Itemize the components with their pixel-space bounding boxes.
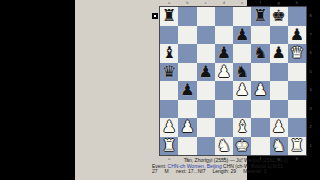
square-b7[interactable] <box>178 26 196 45</box>
square-d4[interactable] <box>215 81 233 100</box>
square-h8[interactable] <box>288 7 306 26</box>
square-d8[interactable] <box>215 7 233 26</box>
file-label-top-g: g <box>270 1 288 5</box>
rank-label-7: 7 <box>308 33 314 37</box>
square-a6[interactable]: ♝ <box>160 44 178 63</box>
square-d3[interactable] <box>215 100 233 119</box>
piece-white-pawn: ♟ <box>217 64 231 80</box>
game-length: Length: 29 <box>212 169 236 174</box>
piece-white-knight: ♞ <box>271 138 285 154</box>
square-g1[interactable]: ♞ <box>270 137 288 156</box>
square-c7[interactable] <box>197 26 215 45</box>
square-h7[interactable]: ♟ <box>288 26 306 45</box>
piece-white-queen: ♛ <box>290 45 304 61</box>
square-d5[interactable]: ♟ <box>215 63 233 82</box>
piece-black-pawn: ♟ <box>198 64 212 80</box>
file-label-top-f: f <box>251 1 269 5</box>
square-e2[interactable]: ♝ <box>233 118 251 137</box>
square-c6[interactable] <box>197 44 215 63</box>
piece-white-knight: ♞ <box>217 138 231 154</box>
piece-black-bishop: ♝ <box>162 45 176 61</box>
square-f1[interactable] <box>251 137 269 156</box>
square-a5[interactable]: ♛ <box>160 63 178 82</box>
square-g2[interactable]: ♟ <box>270 118 288 137</box>
board: ♜♜♚♟♟♝♟♞♟♛♛♟♟♞♟♟♟♟♟♝♟♜♞♚♞♜ <box>159 6 307 156</box>
side-to-move-indicator <box>152 13 158 19</box>
square-h4[interactable] <box>288 81 306 100</box>
square-c8[interactable] <box>197 7 215 26</box>
piece-black-pawn: ♟ <box>290 27 304 43</box>
status-line: 27 M next: 17...Nf7 Length: 29 Material:… <box>152 169 266 174</box>
square-h3[interactable] <box>288 100 306 119</box>
rank-label-6: 6 <box>308 51 314 55</box>
square-a3[interactable] <box>160 100 178 119</box>
square-h1[interactable]: ♜ <box>288 137 306 156</box>
square-c1[interactable] <box>197 137 215 156</box>
next-move-text: next: 17...Nf7 <box>176 169 206 174</box>
square-g5[interactable] <box>270 63 288 82</box>
square-f6[interactable]: ♞ <box>251 44 269 63</box>
piece-white-pawn: ♟ <box>253 82 267 98</box>
chess-gui-panel: ♜♜♚♟♟♝♟♞♟♛♛♟♟♞♟♟♟♟♟♝♟♜♞♚♞♜ aabbccddeeffg… <box>75 0 247 180</box>
rank-label-8: 8 <box>308 14 314 18</box>
square-g4[interactable] <box>270 81 288 100</box>
square-g6[interactable]: ♟ <box>270 44 288 63</box>
square-d6[interactable]: ♟ <box>215 44 233 63</box>
piece-black-king: ♚ <box>271 8 285 24</box>
piece-black-pawn: ♟ <box>235 27 249 43</box>
square-h2[interactable] <box>288 118 306 137</box>
file-label-top-b: b <box>178 1 196 5</box>
rank-label-5: 5 <box>308 70 314 74</box>
square-h5[interactable] <box>288 63 306 82</box>
square-b2[interactable]: ♟ <box>178 118 196 137</box>
square-e1[interactable]: ♚ <box>233 137 251 156</box>
square-e6[interactable] <box>233 44 251 63</box>
square-e8[interactable] <box>233 7 251 26</box>
piece-white-bishop: ♝ <box>235 119 249 135</box>
move-counter: 27 <box>152 169 158 174</box>
square-a1[interactable]: ♜ <box>160 137 178 156</box>
square-d1[interactable]: ♞ <box>215 137 233 156</box>
square-e7[interactable]: ♟ <box>233 26 251 45</box>
square-c3[interactable] <box>197 100 215 119</box>
status-marker: M <box>165 169 169 174</box>
piece-black-knight: ♞ <box>235 64 249 80</box>
square-b8[interactable] <box>178 7 196 26</box>
rank-label-2: 2 <box>308 125 314 129</box>
square-a2[interactable]: ♟ <box>160 118 178 137</box>
square-d7[interactable] <box>215 26 233 45</box>
square-e3[interactable] <box>233 100 251 119</box>
square-f7[interactable] <box>251 26 269 45</box>
square-e4[interactable]: ♟ <box>233 81 251 100</box>
piece-black-rook: ♜ <box>253 8 267 24</box>
video-frame: ♜♜♚♟♟♝♟♞♟♛♛♟♟♞♟♟♟♟♟♝♟♜♞♚♞♜ aabbccddeeffg… <box>0 0 320 180</box>
square-a7[interactable] <box>160 26 178 45</box>
square-d2[interactable] <box>215 118 233 137</box>
square-f5[interactable] <box>251 63 269 82</box>
file-label-top-a: a <box>160 1 178 5</box>
square-f8[interactable]: ♜ <box>251 7 269 26</box>
piece-white-pawn: ♟ <box>271 119 285 135</box>
square-g7[interactable] <box>270 26 288 45</box>
piece-white-rook: ♜ <box>290 138 304 154</box>
rank-label-3: 3 <box>308 107 314 111</box>
rank-label-4: 4 <box>308 88 314 92</box>
piece-black-pawn: ♟ <box>217 45 231 61</box>
square-b3[interactable] <box>178 100 196 119</box>
piece-black-pawn: ♟ <box>180 82 194 98</box>
piece-black-knight: ♞ <box>253 45 267 61</box>
left-pillarbox-bar <box>0 0 75 180</box>
square-c5[interactable]: ♟ <box>197 63 215 82</box>
square-f2[interactable] <box>251 118 269 137</box>
piece-white-rook: ♜ <box>162 138 176 154</box>
rank-label-1: 1 <box>308 144 314 148</box>
square-c4[interactable] <box>197 81 215 100</box>
square-g8[interactable]: ♚ <box>270 7 288 26</box>
square-b4[interactable]: ♟ <box>178 81 196 100</box>
side-to-move-dot <box>154 15 156 17</box>
material-balance: Material: 0 <box>243 169 266 174</box>
square-b1[interactable] <box>178 137 196 156</box>
piece-black-pawn: ♟ <box>271 45 285 61</box>
piece-white-pawn: ♟ <box>162 119 176 135</box>
square-f4[interactable]: ♟ <box>251 81 269 100</box>
square-g3[interactable] <box>270 100 288 119</box>
square-h6[interactable]: ♛ <box>288 44 306 63</box>
file-label-top-d: d <box>215 1 233 5</box>
piece-black-queen: ♛ <box>162 64 176 80</box>
square-b5[interactable] <box>178 63 196 82</box>
file-label-top-c: c <box>197 1 215 5</box>
file-label-top-h: h <box>288 1 306 5</box>
piece-white-pawn: ♟ <box>180 119 194 135</box>
square-f3[interactable] <box>251 100 269 119</box>
square-b6[interactable] <box>178 44 196 63</box>
square-c2[interactable] <box>197 118 215 137</box>
piece-white-king: ♚ <box>235 138 249 154</box>
square-a4[interactable] <box>160 81 178 100</box>
square-a8[interactable]: ♜ <box>160 7 178 26</box>
piece-white-pawn: ♟ <box>235 82 249 98</box>
file-label-top-e: e <box>233 1 251 5</box>
square-e5[interactable]: ♞ <box>233 63 251 82</box>
piece-black-rook: ♜ <box>162 8 176 24</box>
